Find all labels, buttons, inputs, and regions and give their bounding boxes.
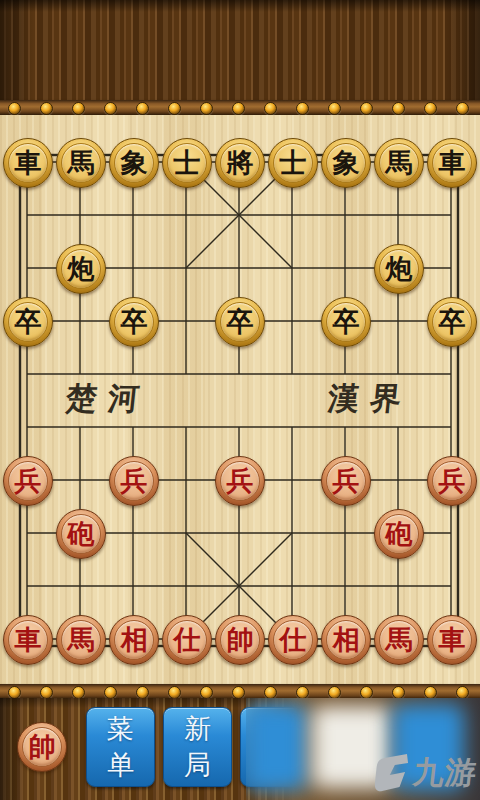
toolbar: 帥 菜单 新局 九游 [0, 698, 480, 800]
piece-black-炮[interactable]: 炮 [56, 244, 106, 294]
rivet [232, 102, 245, 115]
piece-black-士[interactable]: 士 [162, 138, 212, 188]
rivet [296, 102, 309, 115]
xiangqi-app: 楚河 漢界 車馬象士將士象馬車炮炮卒卒卒卒卒兵兵兵兵兵砲砲車馬相仕帥仕相馬車 帥… [0, 0, 480, 800]
blurred-censored-region: 九游 [246, 698, 480, 800]
piece-red-相[interactable]: 相 [109, 615, 159, 665]
rivet [40, 102, 53, 115]
piece-red-兵[interactable]: 兵 [321, 456, 371, 506]
piece-red-仕[interactable]: 仕 [162, 615, 212, 665]
rivet [168, 102, 181, 115]
piece-black-馬[interactable]: 馬 [56, 138, 106, 188]
rivet [264, 102, 277, 115]
blurred-button-shape [246, 704, 308, 790]
piece-black-象[interactable]: 象 [321, 138, 371, 188]
piece-black-卒[interactable]: 卒 [3, 297, 53, 347]
turn-indicator-char: 帥 [22, 727, 62, 767]
rivet-rail-top [0, 100, 480, 115]
river-label-chu: 楚河 [58, 380, 158, 418]
piece-red-相[interactable]: 相 [321, 615, 371, 665]
rivet [392, 102, 405, 115]
rivet [8, 102, 21, 115]
piece-red-仕[interactable]: 仕 [268, 615, 318, 665]
rivet [200, 102, 213, 115]
menu-button[interactable]: 菜单 [86, 707, 155, 787]
piece-red-兵[interactable]: 兵 [109, 456, 159, 506]
xiangqi-board[interactable]: 楚河 漢界 車馬象士將士象馬車炮炮卒卒卒卒卒兵兵兵兵兵砲砲車馬相仕帥仕相馬車 [0, 115, 480, 684]
rivet [136, 102, 149, 115]
jiuyou-logo-icon [373, 753, 411, 793]
piece-black-卒[interactable]: 卒 [321, 297, 371, 347]
river-label-han: 漢界 [320, 380, 420, 418]
piece-black-卒[interactable]: 卒 [427, 297, 477, 347]
piece-red-馬[interactable]: 馬 [56, 615, 106, 665]
piece-red-車[interactable]: 車 [3, 615, 53, 665]
new-game-button[interactable]: 新局 [163, 707, 232, 787]
rivet [360, 102, 373, 115]
piece-red-兵[interactable]: 兵 [427, 456, 477, 506]
piece-red-車[interactable]: 車 [427, 615, 477, 665]
piece-black-士[interactable]: 士 [268, 138, 318, 188]
piece-red-帥[interactable]: 帥 [215, 615, 265, 665]
piece-black-卒[interactable]: 卒 [109, 297, 159, 347]
rivet [72, 102, 85, 115]
piece-black-車[interactable]: 車 [3, 138, 53, 188]
piece-red-兵[interactable]: 兵 [3, 456, 53, 506]
jiuyou-watermark-text: 九游 [411, 752, 479, 794]
piece-black-卒[interactable]: 卒 [215, 297, 265, 347]
rivet [104, 102, 117, 115]
rivet [424, 102, 437, 115]
piece-red-砲[interactable]: 砲 [56, 509, 106, 559]
piece-red-砲[interactable]: 砲 [374, 509, 424, 559]
piece-black-將[interactable]: 將 [215, 138, 265, 188]
rivet [328, 102, 341, 115]
piece-black-象[interactable]: 象 [109, 138, 159, 188]
piece-black-馬[interactable]: 馬 [374, 138, 424, 188]
turn-indicator-piece: 帥 [17, 722, 67, 772]
rivet [456, 102, 469, 115]
piece-black-車[interactable]: 車 [427, 138, 477, 188]
piece-black-炮[interactable]: 炮 [374, 244, 424, 294]
piece-red-兵[interactable]: 兵 [215, 456, 265, 506]
piece-red-馬[interactable]: 馬 [374, 615, 424, 665]
wood-frame-top [0, 0, 480, 100]
rivet-rail-bottom [0, 684, 480, 699]
jiuyou-watermark: 九游 [373, 752, 479, 794]
